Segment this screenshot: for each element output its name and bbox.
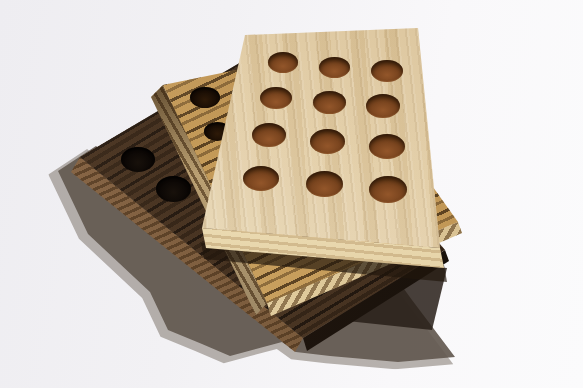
pit-hole	[319, 57, 350, 78]
pit-hole	[366, 94, 400, 118]
pit-hole	[306, 171, 343, 197]
pit-hole	[369, 134, 405, 159]
pit-hole	[252, 123, 286, 147]
pit-hole	[243, 166, 279, 191]
pit-hole	[121, 147, 155, 172]
pit-hole	[156, 176, 191, 202]
pit-hole	[268, 52, 298, 73]
pit-hole	[371, 60, 403, 82]
product-photo-stage	[0, 0, 583, 388]
pit-hole	[310, 129, 345, 154]
pit-hole	[369, 176, 407, 203]
pit-hole	[190, 87, 220, 108]
pit-hole	[313, 91, 346, 114]
pit-hole	[260, 87, 292, 109]
